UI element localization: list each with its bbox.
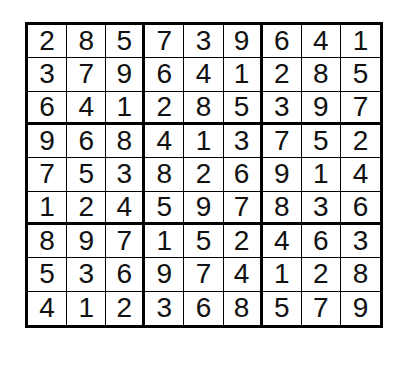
- sudoku-cell-r2c9[interactable]: 5: [341, 58, 380, 91]
- sudoku-cell-r1c9[interactable]: 1: [341, 25, 380, 58]
- sudoku-cell-r7c5[interactable]: 5: [184, 225, 223, 258]
- sudoku-cell-r6c8[interactable]: 3: [302, 192, 341, 225]
- sudoku-cell-r7c7[interactable]: 4: [263, 225, 302, 258]
- sudoku-cell-r6c7[interactable]: 8: [263, 192, 302, 225]
- sudoku-cell-r2c7[interactable]: 2: [263, 58, 302, 91]
- sudoku-cell-r2c6[interactable]: 1: [224, 58, 263, 91]
- sudoku-cell-r9c2[interactable]: 1: [67, 292, 106, 325]
- sudoku-cell-r1c8[interactable]: 4: [302, 25, 341, 58]
- sudoku-cell-r1c1[interactable]: 2: [28, 25, 67, 58]
- sudoku-cell-r4c4[interactable]: 4: [145, 125, 184, 158]
- sudoku-cell-r9c1[interactable]: 4: [28, 292, 67, 325]
- sudoku-cell-r5c8[interactable]: 1: [302, 158, 341, 191]
- sudoku-cell-r1c2[interactable]: 8: [67, 25, 106, 58]
- sudoku-cell-r2c4[interactable]: 6: [145, 58, 184, 91]
- sudoku-cell-r7c8[interactable]: 6: [302, 225, 341, 258]
- sudoku-cell-r8c2[interactable]: 3: [67, 258, 106, 291]
- sudoku-cell-r1c7[interactable]: 6: [263, 25, 302, 58]
- sudoku-cell-r9c6[interactable]: 8: [224, 292, 263, 325]
- sudoku-cell-r3c3[interactable]: 1: [106, 92, 145, 125]
- sudoku-cell-r7c2[interactable]: 9: [67, 225, 106, 258]
- sudoku-cell-r5c9[interactable]: 4: [341, 158, 380, 191]
- sudoku-cell-r8c9[interactable]: 8: [341, 258, 380, 291]
- sudoku-cell-r9c8[interactable]: 7: [302, 292, 341, 325]
- sudoku-cell-r1c3[interactable]: 5: [106, 25, 145, 58]
- sudoku-cell-r1c4[interactable]: 7: [145, 25, 184, 58]
- sudoku-cell-r9c5[interactable]: 6: [184, 292, 223, 325]
- sudoku-cell-r3c5[interactable]: 8: [184, 92, 223, 125]
- sudoku-cell-r9c4[interactable]: 3: [145, 292, 184, 325]
- sudoku-cell-r2c5[interactable]: 4: [184, 58, 223, 91]
- sudoku-cell-r6c6[interactable]: 7: [224, 192, 263, 225]
- sudoku-cell-r7c9[interactable]: 3: [341, 225, 380, 258]
- sudoku-board: 2857396413796412856412853979684137527538…: [25, 22, 383, 328]
- sudoku-cell-r4c6[interactable]: 3: [224, 125, 263, 158]
- sudoku-cell-r2c8[interactable]: 8: [302, 58, 341, 91]
- sudoku-cell-r5c6[interactable]: 6: [224, 158, 263, 191]
- sudoku-cell-r5c5[interactable]: 2: [184, 158, 223, 191]
- sudoku-cell-r4c1[interactable]: 9: [28, 125, 67, 158]
- sudoku-cell-r4c7[interactable]: 7: [263, 125, 302, 158]
- sudoku-cell-r6c9[interactable]: 6: [341, 192, 380, 225]
- sudoku-cell-r9c7[interactable]: 5: [263, 292, 302, 325]
- sudoku-cell-r1c5[interactable]: 3: [184, 25, 223, 58]
- sudoku-cell-r9c3[interactable]: 2: [106, 292, 145, 325]
- sudoku-cell-r3c8[interactable]: 9: [302, 92, 341, 125]
- sudoku-cell-r7c6[interactable]: 2: [224, 225, 263, 258]
- sudoku-cell-r8c7[interactable]: 1: [263, 258, 302, 291]
- sudoku-cell-r7c1[interactable]: 8: [28, 225, 67, 258]
- sudoku-cell-r3c6[interactable]: 5: [224, 92, 263, 125]
- sudoku-cell-r4c9[interactable]: 2: [341, 125, 380, 158]
- sudoku-cell-r3c4[interactable]: 2: [145, 92, 184, 125]
- sudoku-cell-r5c1[interactable]: 7: [28, 158, 67, 191]
- sudoku-cell-r8c8[interactable]: 2: [302, 258, 341, 291]
- sudoku-cell-r6c5[interactable]: 9: [184, 192, 223, 225]
- sudoku-cell-r6c4[interactable]: 5: [145, 192, 184, 225]
- sudoku-cell-r8c1[interactable]: 5: [28, 258, 67, 291]
- sudoku-cell-r5c7[interactable]: 9: [263, 158, 302, 191]
- sudoku-cell-r4c8[interactable]: 5: [302, 125, 341, 158]
- sudoku-cell-r5c4[interactable]: 8: [145, 158, 184, 191]
- sudoku-cell-r3c9[interactable]: 7: [341, 92, 380, 125]
- sudoku-cell-r5c3[interactable]: 3: [106, 158, 145, 191]
- sudoku-cell-r4c2[interactable]: 6: [67, 125, 106, 158]
- sudoku-cell-r7c4[interactable]: 1: [145, 225, 184, 258]
- sudoku-cell-r9c9[interactable]: 9: [341, 292, 380, 325]
- sudoku-cell-r7c3[interactable]: 7: [106, 225, 145, 258]
- sudoku-cell-r1c6[interactable]: 9: [224, 25, 263, 58]
- sudoku-cell-r6c1[interactable]: 1: [28, 192, 67, 225]
- sudoku-cell-r5c2[interactable]: 5: [67, 158, 106, 191]
- sudoku-cell-r3c2[interactable]: 4: [67, 92, 106, 125]
- sudoku-cell-r2c1[interactable]: 3: [28, 58, 67, 91]
- sudoku-cell-r8c4[interactable]: 9: [145, 258, 184, 291]
- sudoku-cell-r6c2[interactable]: 2: [67, 192, 106, 225]
- sudoku-cell-r8c6[interactable]: 4: [224, 258, 263, 291]
- sudoku-cell-r4c3[interactable]: 8: [106, 125, 145, 158]
- sudoku-cell-r6c3[interactable]: 4: [106, 192, 145, 225]
- sudoku-cell-r3c1[interactable]: 6: [28, 92, 67, 125]
- sudoku-cell-r3c7[interactable]: 3: [263, 92, 302, 125]
- sudoku-cell-r4c5[interactable]: 1: [184, 125, 223, 158]
- sudoku-cell-r8c5[interactable]: 7: [184, 258, 223, 291]
- sudoku-cell-r2c2[interactable]: 7: [67, 58, 106, 91]
- sudoku-cell-r8c3[interactable]: 6: [106, 258, 145, 291]
- sudoku-cell-r2c3[interactable]: 9: [106, 58, 145, 91]
